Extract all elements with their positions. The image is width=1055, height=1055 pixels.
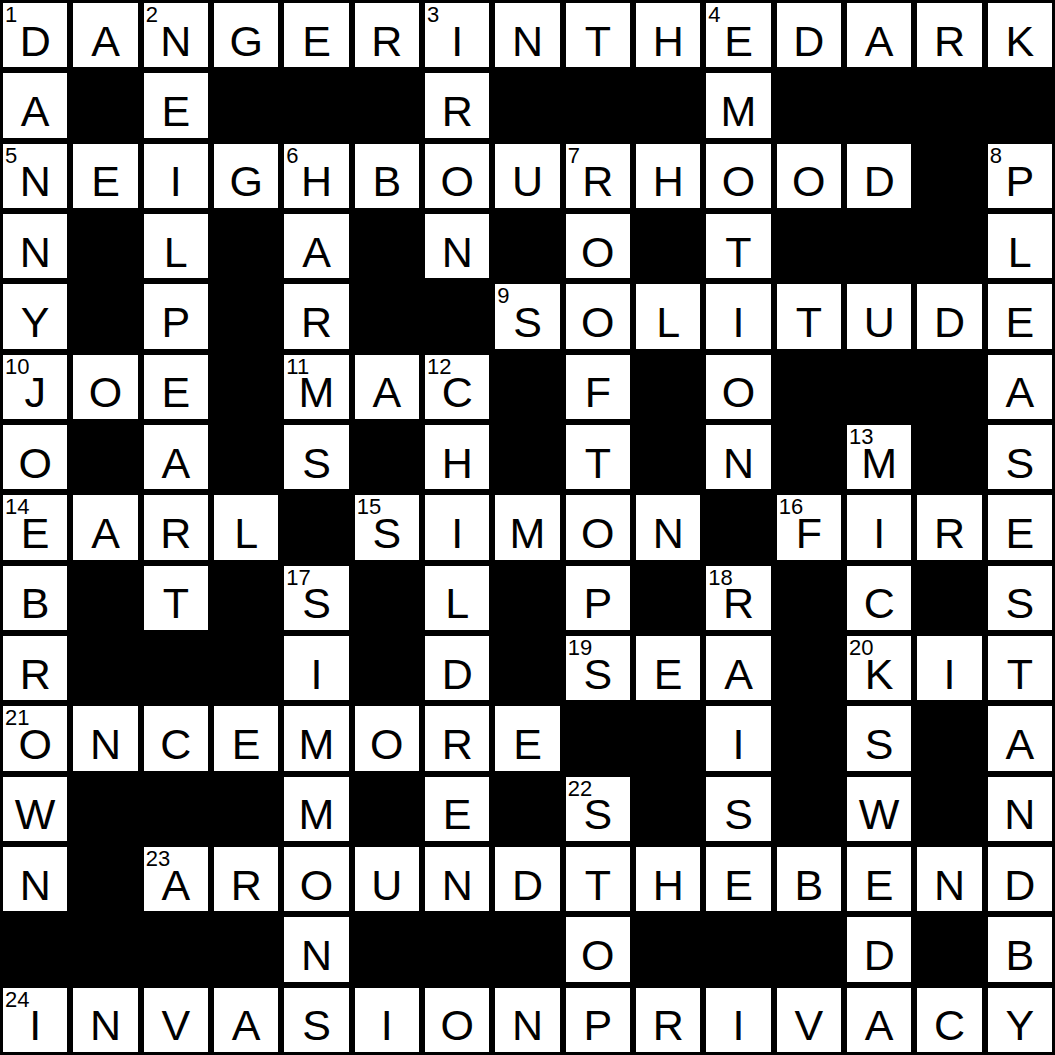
cell-letter: O xyxy=(425,144,489,208)
cell-r11c3[interactable]: C xyxy=(141,703,211,773)
cell-letter: R xyxy=(284,284,348,348)
block-r6c13 xyxy=(844,352,914,422)
cell-r13c13[interactable]: E xyxy=(844,844,914,914)
cell-r1c9[interactable]: T xyxy=(563,0,633,70)
cell-letter: I xyxy=(917,636,981,700)
cell-letter: S xyxy=(284,425,348,489)
cell-letter: M xyxy=(284,777,348,841)
cell-r3c7[interactable]: O xyxy=(422,141,492,211)
block-r7c12 xyxy=(774,422,844,492)
cell-r7c9[interactable]: T xyxy=(563,422,633,492)
cell-letter: A xyxy=(144,847,208,911)
cell-letter: U xyxy=(495,144,559,208)
cell-r15c4[interactable]: A xyxy=(211,985,281,1055)
cell-letter: B xyxy=(988,917,1052,981)
cell-letter: E xyxy=(495,706,559,770)
block-r2c4 xyxy=(211,70,281,140)
cell-r9c1[interactable]: B xyxy=(0,563,70,633)
cell-letter: L xyxy=(988,214,1052,278)
cell-r13c4[interactable]: R xyxy=(211,844,281,914)
cell-letter: A xyxy=(73,495,137,559)
cell-letter: O xyxy=(777,144,841,208)
cell-letter: R xyxy=(3,636,67,700)
cell-r6c5[interactable]: 11M xyxy=(281,352,351,422)
cell-letter: D xyxy=(3,3,67,67)
cell-r1c12[interactable]: D xyxy=(774,0,844,70)
cell-r13c6[interactable]: U xyxy=(352,844,422,914)
cell-r9c9[interactable]: P xyxy=(563,563,633,633)
cell-r5c12[interactable]: T xyxy=(774,281,844,351)
cell-r15c13[interactable]: A xyxy=(844,985,914,1055)
cell-letter: S xyxy=(355,495,419,559)
cell-letter: K xyxy=(988,3,1052,67)
block-r12c14 xyxy=(914,774,984,844)
cell-r15c1[interactable]: 24I xyxy=(0,985,70,1055)
cell-r15c12[interactable]: V xyxy=(774,985,844,1055)
cell-r12c7[interactable]: E xyxy=(422,774,492,844)
block-r6c14 xyxy=(914,352,984,422)
cell-letter: W xyxy=(847,777,911,841)
block-r6c12 xyxy=(774,352,844,422)
cell-letter: O xyxy=(706,144,770,208)
cell-r13c8[interactable]: D xyxy=(492,844,562,914)
cell-r13c1[interactable]: N xyxy=(0,844,70,914)
cell-letter: O xyxy=(566,284,630,348)
cell-letter: E xyxy=(73,144,137,208)
cell-letter: U xyxy=(847,284,911,348)
cell-letter: S xyxy=(566,636,630,700)
cell-r4c3[interactable]: L xyxy=(141,211,211,281)
cell-r8c1[interactable]: 14E xyxy=(0,492,70,562)
cell-letter: P xyxy=(144,284,208,348)
cell-r8c3[interactable]: R xyxy=(141,492,211,562)
cell-r3c11[interactable]: O xyxy=(703,141,773,211)
cell-letter: N xyxy=(495,3,559,67)
cell-r11c13[interactable]: S xyxy=(844,703,914,773)
cell-r11c11[interactable]: I xyxy=(703,703,773,773)
cell-r8c4[interactable]: L xyxy=(211,492,281,562)
cell-r3c1[interactable]: 5N xyxy=(0,141,70,211)
block-r14c11 xyxy=(703,914,773,984)
cell-letter: L xyxy=(636,284,700,348)
cell-letter: O xyxy=(3,425,67,489)
block-r14c4 xyxy=(211,914,281,984)
block-r12c12 xyxy=(774,774,844,844)
cell-letter: S xyxy=(495,284,559,348)
cell-r8c12[interactable]: 16F xyxy=(774,492,844,562)
block-r8c11 xyxy=(703,492,773,562)
cell-r3c6[interactable]: B xyxy=(352,141,422,211)
cell-letter: N xyxy=(636,495,700,559)
cell-r3c13[interactable]: D xyxy=(844,141,914,211)
cell-r2c11[interactable]: M xyxy=(703,70,773,140)
cell-r10c11[interactable]: A xyxy=(703,633,773,703)
cell-r11c2[interactable]: N xyxy=(70,703,140,773)
cell-r10c15[interactable]: T xyxy=(985,633,1055,703)
cell-r5c11[interactable]: I xyxy=(703,281,773,351)
block-r14c6 xyxy=(352,914,422,984)
cell-r14c9[interactable]: O xyxy=(563,914,633,984)
cell-r2c7[interactable]: R xyxy=(422,70,492,140)
cell-letter: E xyxy=(988,284,1052,348)
cell-letter: D xyxy=(988,847,1052,911)
cell-r13c5[interactable]: O xyxy=(281,844,351,914)
cell-r4c7[interactable]: N xyxy=(422,211,492,281)
cell-letter: A xyxy=(706,636,770,700)
cell-r8c10[interactable]: N xyxy=(633,492,703,562)
cell-letter: E xyxy=(706,847,770,911)
cell-r8c14[interactable]: R xyxy=(914,492,984,562)
cell-r3c4[interactable]: G xyxy=(211,141,281,211)
cell-letter: R xyxy=(425,706,489,770)
cell-letter: O xyxy=(566,917,630,981)
cell-r5c3[interactable]: P xyxy=(141,281,211,351)
cell-r12c13[interactable]: W xyxy=(844,774,914,844)
cell-r2c3[interactable]: E xyxy=(141,70,211,140)
cell-letter: D xyxy=(425,636,489,700)
block-r2c2 xyxy=(70,70,140,140)
cell-r1c6[interactable]: R xyxy=(352,0,422,70)
cell-letter: R xyxy=(706,566,770,630)
cell-r14c15[interactable]: B xyxy=(985,914,1055,984)
cell-letter: I xyxy=(144,144,208,208)
block-r5c7 xyxy=(422,281,492,351)
block-r9c12 xyxy=(774,563,844,633)
block-r12c10 xyxy=(633,774,703,844)
cell-letter: U xyxy=(355,847,419,911)
cell-letter: M xyxy=(284,355,348,419)
block-r14c12 xyxy=(774,914,844,984)
cell-letter: P xyxy=(566,566,630,630)
cell-r12c9[interactable]: 22S xyxy=(563,774,633,844)
cell-letter: N xyxy=(284,917,348,981)
cell-r3c15[interactable]: 8P xyxy=(985,141,1055,211)
cell-letter: A xyxy=(3,73,67,137)
cell-r3c3[interactable]: I xyxy=(141,141,211,211)
cell-letter: R xyxy=(566,144,630,208)
cell-r13c14[interactable]: N xyxy=(914,844,984,914)
cell-r12c1[interactable]: W xyxy=(0,774,70,844)
cell-letter: R xyxy=(917,3,981,67)
cell-letter: O xyxy=(284,847,348,911)
block-r14c3 xyxy=(141,914,211,984)
cell-r1c1[interactable]: 1D xyxy=(0,0,70,70)
cell-r4c11[interactable]: T xyxy=(703,211,773,281)
cell-r3c10[interactable]: H xyxy=(633,141,703,211)
cell-letter: S xyxy=(988,566,1052,630)
cell-letter: O xyxy=(566,495,630,559)
cell-letter: N xyxy=(425,214,489,278)
cell-r6c7[interactable]: 12C xyxy=(422,352,492,422)
cell-letter: A xyxy=(988,355,1052,419)
cell-r6c3[interactable]: E xyxy=(141,352,211,422)
cell-r1c14[interactable]: R xyxy=(914,0,984,70)
cell-letter: A xyxy=(355,355,419,419)
cell-r10c9[interactable]: 19S xyxy=(563,633,633,703)
cell-r1c13[interactable]: A xyxy=(844,0,914,70)
cell-r12c15[interactable]: N xyxy=(985,774,1055,844)
cell-letter: T xyxy=(144,566,208,630)
cell-r4c15[interactable]: L xyxy=(985,211,1055,281)
block-r9c14 xyxy=(914,563,984,633)
block-r12c6 xyxy=(352,774,422,844)
crossword-board: 1DA2NGER3INTH4EDARKAERM5NEIG6HBOU7RHOOD8… xyxy=(0,0,1055,1055)
cell-letter: E xyxy=(847,847,911,911)
cell-r13c10[interactable]: H xyxy=(633,844,703,914)
cell-letter: T xyxy=(566,425,630,489)
cell-r15c10[interactable]: R xyxy=(633,985,703,1055)
cell-r4c9[interactable]: O xyxy=(563,211,633,281)
cell-r6c1[interactable]: 10J xyxy=(0,352,70,422)
cell-r8c15[interactable]: E xyxy=(985,492,1055,562)
cell-letter: E xyxy=(425,777,489,841)
cell-r13c15[interactable]: D xyxy=(985,844,1055,914)
block-r12c3 xyxy=(141,774,211,844)
cell-r5c8[interactable]: 9S xyxy=(492,281,562,351)
cell-r1c5[interactable]: E xyxy=(281,0,351,70)
cell-r7c13[interactable]: 13M xyxy=(844,422,914,492)
cell-r6c2[interactable]: O xyxy=(70,352,140,422)
cell-letter: I xyxy=(706,284,770,348)
cell-r13c12[interactable]: B xyxy=(774,844,844,914)
cell-r10c14[interactable]: I xyxy=(914,633,984,703)
cell-letter: E xyxy=(3,495,67,559)
cell-r14c13[interactable]: D xyxy=(844,914,914,984)
cell-r15c15[interactable]: Y xyxy=(985,985,1055,1055)
cell-letter: S xyxy=(284,566,348,630)
cell-r11c6[interactable]: O xyxy=(352,703,422,773)
cell-r7c1[interactable]: O xyxy=(0,422,70,492)
cell-letter: A xyxy=(847,3,911,67)
cell-r3c12[interactable]: O xyxy=(774,141,844,211)
cell-letter: L xyxy=(214,495,278,559)
cell-letter: O xyxy=(566,214,630,278)
block-r2c13 xyxy=(844,70,914,140)
cell-letter: E xyxy=(988,495,1052,559)
cell-r10c13[interactable]: 20K xyxy=(844,633,914,703)
cell-r5c15[interactable]: E xyxy=(985,281,1055,351)
cell-letter: S xyxy=(566,777,630,841)
cell-r1c7[interactable]: 3I xyxy=(422,0,492,70)
cell-letter: A xyxy=(214,988,278,1052)
block-r10c2 xyxy=(70,633,140,703)
cell-r10c10[interactable]: E xyxy=(633,633,703,703)
cell-letter: Y xyxy=(3,284,67,348)
cell-r6c9[interactable]: F xyxy=(563,352,633,422)
cell-letter: N xyxy=(3,847,67,911)
cell-r1c15[interactable]: K xyxy=(985,0,1055,70)
cell-r12c5[interactable]: M xyxy=(281,774,351,844)
cell-r1c2[interactable]: A xyxy=(70,0,140,70)
cell-letter: C xyxy=(144,706,208,770)
cell-r5c10[interactable]: L xyxy=(633,281,703,351)
cell-letter: S xyxy=(706,777,770,841)
block-r2c6 xyxy=(352,70,422,140)
cell-r10c7[interactable]: D xyxy=(422,633,492,703)
block-r7c14 xyxy=(914,422,984,492)
cell-r5c14[interactable]: D xyxy=(914,281,984,351)
cell-r12c11[interactable]: S xyxy=(703,774,773,844)
cell-letter: D xyxy=(777,3,841,67)
cell-letter: I xyxy=(706,706,770,770)
cell-letter: O xyxy=(425,988,489,1052)
cell-letter: N xyxy=(3,144,67,208)
cell-r9c5[interactable]: 17S xyxy=(281,563,351,633)
cell-r11c7[interactable]: R xyxy=(422,703,492,773)
cell-r8c8[interactable]: M xyxy=(492,492,562,562)
cell-r3c2[interactable]: E xyxy=(70,141,140,211)
cell-r9c7[interactable]: L xyxy=(422,563,492,633)
cell-letter: B xyxy=(355,144,419,208)
cell-letter: M xyxy=(495,495,559,559)
cell-r5c13[interactable]: U xyxy=(844,281,914,351)
cell-r3c9[interactable]: 7R xyxy=(563,141,633,211)
cell-r9c3[interactable]: T xyxy=(141,563,211,633)
cell-letter: R xyxy=(425,73,489,137)
block-r4c12 xyxy=(774,211,844,281)
cell-r5c9[interactable]: O xyxy=(563,281,633,351)
cell-r8c6[interactable]: 15S xyxy=(352,492,422,562)
cell-r7c3[interactable]: A xyxy=(141,422,211,492)
block-r14c2 xyxy=(70,914,140,984)
block-r14c14 xyxy=(914,914,984,984)
cell-r10c1[interactable]: R xyxy=(0,633,70,703)
cell-letter: N xyxy=(425,847,489,911)
cell-letter: H xyxy=(284,144,348,208)
block-r9c8 xyxy=(492,563,562,633)
cell-letter: N xyxy=(144,3,208,67)
cell-r15c14[interactable]: C xyxy=(914,985,984,1055)
cell-r15c2[interactable]: N xyxy=(70,985,140,1055)
block-r12c2 xyxy=(70,774,140,844)
block-r13c2 xyxy=(70,844,140,914)
block-r9c10 xyxy=(633,563,703,633)
cell-r15c5[interactable]: S xyxy=(281,985,351,1055)
cell-r8c9[interactable]: O xyxy=(563,492,633,562)
cell-letter: G xyxy=(214,144,278,208)
cell-r1c10[interactable]: H xyxy=(633,0,703,70)
cell-letter: R xyxy=(214,847,278,911)
cell-letter: R xyxy=(355,3,419,67)
cell-r13c3[interactable]: 23A xyxy=(141,844,211,914)
cell-r15c9[interactable]: P xyxy=(563,985,633,1055)
block-r2c8 xyxy=(492,70,562,140)
cell-r11c1[interactable]: 21O xyxy=(0,703,70,773)
cell-r6c11[interactable]: O xyxy=(703,352,773,422)
cell-letter: I xyxy=(706,988,770,1052)
cell-r5c5[interactable]: R xyxy=(281,281,351,351)
cell-r15c3[interactable]: V xyxy=(141,985,211,1055)
cell-r11c5[interactable]: M xyxy=(281,703,351,773)
cell-r4c1[interactable]: N xyxy=(0,211,70,281)
block-r4c2 xyxy=(70,211,140,281)
cell-letter: I xyxy=(284,636,348,700)
cell-r7c7[interactable]: H xyxy=(422,422,492,492)
cell-letter: E xyxy=(706,3,770,67)
cell-r11c4[interactable]: E xyxy=(211,703,281,773)
cell-r14c5[interactable]: N xyxy=(281,914,351,984)
cell-letter: R xyxy=(144,495,208,559)
cell-r1c3[interactable]: 2N xyxy=(141,0,211,70)
block-r4c13 xyxy=(844,211,914,281)
cell-r10c5[interactable]: I xyxy=(281,633,351,703)
cell-r9c11[interactable]: 18R xyxy=(703,563,773,633)
block-r2c15 xyxy=(985,70,1055,140)
cell-letter: V xyxy=(144,988,208,1052)
block-r6c4 xyxy=(211,352,281,422)
cell-letter: O xyxy=(73,355,137,419)
cell-r7c11[interactable]: N xyxy=(703,422,773,492)
cell-r1c11[interactable]: 4E xyxy=(703,0,773,70)
block-r4c10 xyxy=(633,211,703,281)
block-r11c10 xyxy=(633,703,703,773)
block-r2c10 xyxy=(633,70,703,140)
cell-r5c1[interactable]: Y xyxy=(0,281,70,351)
cell-r6c6[interactable]: A xyxy=(352,352,422,422)
block-r3c14 xyxy=(914,141,984,211)
cell-letter: N xyxy=(3,214,67,278)
block-r2c14 xyxy=(914,70,984,140)
cell-r1c4[interactable]: G xyxy=(211,0,281,70)
cell-letter: F xyxy=(566,355,630,419)
block-r6c10 xyxy=(633,352,703,422)
cell-letter: I xyxy=(355,988,419,1052)
cell-letter: I xyxy=(3,988,67,1052)
block-r10c12 xyxy=(774,633,844,703)
cell-r11c15[interactable]: A xyxy=(985,703,1055,773)
cell-r9c13[interactable]: C xyxy=(844,563,914,633)
cell-r13c7[interactable]: N xyxy=(422,844,492,914)
cell-r8c13[interactable]: I xyxy=(844,492,914,562)
cell-letter: P xyxy=(566,988,630,1052)
cell-r8c2[interactable]: A xyxy=(70,492,140,562)
block-r10c4 xyxy=(211,633,281,703)
cell-letter: C xyxy=(847,566,911,630)
cell-r15c11[interactable]: I xyxy=(703,985,773,1055)
block-r9c2 xyxy=(70,563,140,633)
cell-r13c11[interactable]: E xyxy=(703,844,773,914)
cell-r15c6[interactable]: I xyxy=(352,985,422,1055)
cell-letter: C xyxy=(425,355,489,419)
cell-r2c1[interactable]: A xyxy=(0,70,70,140)
cell-r6c15[interactable]: A xyxy=(985,352,1055,422)
cell-letter: E xyxy=(144,73,208,137)
block-r14c1 xyxy=(0,914,70,984)
cell-r13c9[interactable]: T xyxy=(563,844,633,914)
cell-r1c8[interactable]: N xyxy=(492,0,562,70)
cell-r7c5[interactable]: S xyxy=(281,422,351,492)
cell-r9c15[interactable]: S xyxy=(985,563,1055,633)
block-r2c9 xyxy=(563,70,633,140)
cell-r3c5[interactable]: 6H xyxy=(281,141,351,211)
cell-r4c5[interactable]: A xyxy=(281,211,351,281)
cell-r8c7[interactable]: I xyxy=(422,492,492,562)
block-r4c14 xyxy=(914,211,984,281)
block-r5c4 xyxy=(211,281,281,351)
cell-letter: N xyxy=(706,425,770,489)
cell-letter: I xyxy=(425,3,489,67)
cell-r11c8[interactable]: E xyxy=(492,703,562,773)
cell-r7c15[interactable]: S xyxy=(985,422,1055,492)
cell-r15c7[interactable]: O xyxy=(422,985,492,1055)
cell-r3c8[interactable]: U xyxy=(492,141,562,211)
block-r14c10 xyxy=(633,914,703,984)
cell-letter: M xyxy=(847,425,911,489)
cell-r15c8[interactable]: N xyxy=(492,985,562,1055)
block-r5c6 xyxy=(352,281,422,351)
block-r8c5 xyxy=(281,492,351,562)
cell-letter: D xyxy=(917,284,981,348)
